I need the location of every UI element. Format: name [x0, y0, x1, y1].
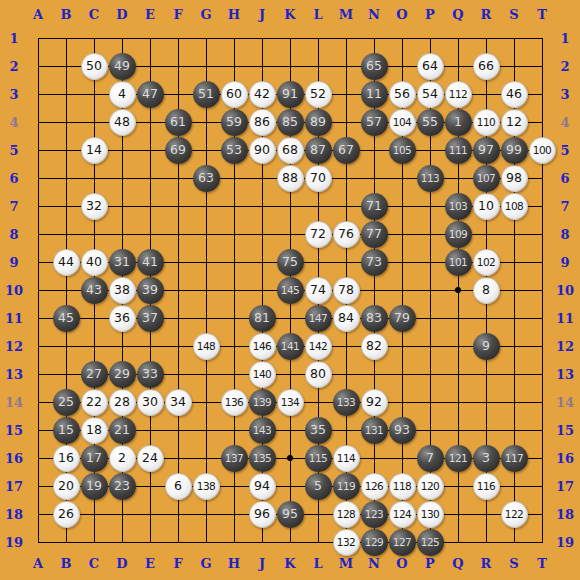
stone-white-j5[interactable]: 90: [249, 137, 276, 164]
stone-black-r5[interactable]: 97: [473, 137, 500, 164]
stone-black-n18[interactable]: 123: [361, 501, 388, 528]
stone-black-q8[interactable]: 109: [445, 221, 472, 248]
stone-black-k12[interactable]: 141: [277, 333, 304, 360]
stone-black-n4[interactable]: 57: [361, 109, 388, 136]
stone-black-d9[interactable]: 31: [109, 249, 136, 276]
stone-black-j11[interactable]: 81: [249, 305, 276, 332]
stone-black-h5[interactable]: 53: [221, 137, 248, 164]
stone-white-s3[interactable]: 46: [501, 81, 528, 108]
stone-white-e16[interactable]: 24: [137, 445, 164, 472]
stone-white-p3[interactable]: 54: [417, 81, 444, 108]
stone-white-s18[interactable]: 122: [501, 501, 528, 528]
stone-black-f4[interactable]: 61: [165, 109, 192, 136]
stone-black-k10[interactable]: 145: [277, 277, 304, 304]
stone-white-l10[interactable]: 74: [305, 277, 332, 304]
stone-white-f14[interactable]: 34: [165, 389, 192, 416]
stone-white-n14[interactable]: 92: [361, 389, 388, 416]
stone-black-l5[interactable]: 87: [305, 137, 332, 164]
stone-black-k18[interactable]: 95: [277, 501, 304, 528]
stone-black-b14[interactable]: 25: [53, 389, 80, 416]
stone-white-b17[interactable]: 20: [53, 473, 80, 500]
stone-white-d11[interactable]: 36: [109, 305, 136, 332]
stone-black-o15[interactable]: 93: [389, 417, 416, 444]
stone-black-n15[interactable]: 131: [361, 417, 388, 444]
stone-white-j18[interactable]: 96: [249, 501, 276, 528]
stone-white-d16[interactable]: 2: [109, 445, 136, 472]
stone-white-j12[interactable]: 146: [249, 333, 276, 360]
stone-white-d3[interactable]: 4: [109, 81, 136, 108]
stone-black-q7[interactable]: 103: [445, 193, 472, 220]
stone-black-n2[interactable]: 65: [361, 53, 388, 80]
stone-white-m8[interactable]: 76: [333, 221, 360, 248]
stone-white-k14[interactable]: 134: [277, 389, 304, 416]
stone-black-s16[interactable]: 117: [501, 445, 528, 472]
stone-white-c5[interactable]: 14: [81, 137, 108, 164]
stone-white-m11[interactable]: 84: [333, 305, 360, 332]
stone-black-b15[interactable]: 15: [53, 417, 80, 444]
stone-black-n7[interactable]: 71: [361, 193, 388, 220]
stone-black-g3[interactable]: 51: [193, 81, 220, 108]
stone-black-b11[interactable]: 45: [53, 305, 80, 332]
stone-black-n9[interactable]: 73: [361, 249, 388, 276]
stone-black-f5[interactable]: 69: [165, 137, 192, 164]
stone-white-m10[interactable]: 78: [333, 277, 360, 304]
stone-black-k3[interactable]: 91: [277, 81, 304, 108]
stone-black-n3[interactable]: 11: [361, 81, 388, 108]
stone-white-m19[interactable]: 132: [333, 529, 360, 556]
stone-white-g12[interactable]: 148: [193, 333, 220, 360]
stone-white-o4[interactable]: 104: [389, 109, 416, 136]
stone-white-c7[interactable]: 32: [81, 193, 108, 220]
stone-black-m5[interactable]: 67: [333, 137, 360, 164]
stone-white-b18[interactable]: 26: [53, 501, 80, 528]
stone-black-j14[interactable]: 139: [249, 389, 276, 416]
stone-black-r16[interactable]: 3: [473, 445, 500, 472]
stone-white-l13[interactable]: 80: [305, 361, 332, 388]
stone-black-r6[interactable]: 107: [473, 165, 500, 192]
stone-black-c16[interactable]: 17: [81, 445, 108, 472]
stone-white-j17[interactable]: 94: [249, 473, 276, 500]
stone-white-e14[interactable]: 30: [137, 389, 164, 416]
stone-white-h3[interactable]: 60: [221, 81, 248, 108]
stone-black-l16[interactable]: 115: [305, 445, 332, 472]
stone-white-l6[interactable]: 70: [305, 165, 332, 192]
stone-white-p2[interactable]: 64: [417, 53, 444, 80]
stone-white-g17[interactable]: 138: [193, 473, 220, 500]
stone-black-p19[interactable]: 125: [417, 529, 444, 556]
stone-white-m16[interactable]: 114: [333, 445, 360, 472]
stone-white-n17[interactable]: 126: [361, 473, 388, 500]
stone-black-p6[interactable]: 113: [417, 165, 444, 192]
stone-black-c13[interactable]: 27: [81, 361, 108, 388]
stone-black-e3[interactable]: 47: [137, 81, 164, 108]
stone-black-d13[interactable]: 29: [109, 361, 136, 388]
stone-white-c14[interactable]: 22: [81, 389, 108, 416]
stone-black-q9[interactable]: 101: [445, 249, 472, 276]
stone-black-c10[interactable]: 43: [81, 277, 108, 304]
stone-black-d17[interactable]: 23: [109, 473, 136, 500]
stone-black-l17[interactable]: 5: [305, 473, 332, 500]
stone-black-p4[interactable]: 55: [417, 109, 444, 136]
stone-black-q4[interactable]: 1: [445, 109, 472, 136]
stone-black-l15[interactable]: 35: [305, 417, 332, 444]
stone-black-q16[interactable]: 121: [445, 445, 472, 472]
stone-black-m17[interactable]: 119: [333, 473, 360, 500]
stone-white-c2[interactable]: 50: [81, 53, 108, 80]
stone-white-s4[interactable]: 12: [501, 109, 528, 136]
stones-layer: 1234567891011121415161718192021222324252…: [24, 24, 556, 556]
stone-black-o5[interactable]: 105: [389, 137, 416, 164]
stone-white-j4[interactable]: 86: [249, 109, 276, 136]
stone-white-r4[interactable]: 110: [473, 109, 500, 136]
stone-white-l12[interactable]: 142: [305, 333, 332, 360]
go-board: ABCDEFGHJKLMNOPQRST ABCDEFGHJKLMNOPQRST …: [0, 0, 580, 580]
stone-black-n19[interactable]: 129: [361, 529, 388, 556]
stone-white-s7[interactable]: 108: [501, 193, 528, 220]
stone-black-j15[interactable]: 143: [249, 417, 276, 444]
stone-white-o17[interactable]: 118: [389, 473, 416, 500]
stone-white-l8[interactable]: 72: [305, 221, 332, 248]
stone-white-h14[interactable]: 136: [221, 389, 248, 416]
stone-black-e10[interactable]: 39: [137, 277, 164, 304]
stone-black-d2[interactable]: 49: [109, 53, 136, 80]
stone-white-r2[interactable]: 66: [473, 53, 500, 80]
stone-white-j3[interactable]: 42: [249, 81, 276, 108]
stone-white-r17[interactable]: 116: [473, 473, 500, 500]
stone-black-o19[interactable]: 127: [389, 529, 416, 556]
stone-white-s6[interactable]: 98: [501, 165, 528, 192]
stone-black-j16[interactable]: 135: [249, 445, 276, 472]
stone-black-l11[interactable]: 147: [305, 305, 332, 332]
stone-black-n8[interactable]: 77: [361, 221, 388, 248]
stone-white-k5[interactable]: 68: [277, 137, 304, 164]
stone-black-l4[interactable]: 89: [305, 109, 332, 136]
stone-black-e13[interactable]: 33: [137, 361, 164, 388]
stone-white-n12[interactable]: 82: [361, 333, 388, 360]
stone-white-r7[interactable]: 10: [473, 193, 500, 220]
stone-black-h4[interactable]: 59: [221, 109, 248, 136]
stone-white-r10[interactable]: 8: [473, 277, 500, 304]
stone-black-c17[interactable]: 19: [81, 473, 108, 500]
stone-white-b9[interactable]: 44: [53, 249, 80, 276]
stone-white-m18[interactable]: 128: [333, 501, 360, 528]
stone-white-f17[interactable]: 6: [165, 473, 192, 500]
stone-white-d4[interactable]: 48: [109, 109, 136, 136]
stone-white-l3[interactable]: 52: [305, 81, 332, 108]
stone-white-k6[interactable]: 88: [277, 165, 304, 192]
stone-black-g6[interactable]: 63: [193, 165, 220, 192]
stone-white-o18[interactable]: 124: [389, 501, 416, 528]
stone-white-c15[interactable]: 18: [81, 417, 108, 444]
stone-black-p16[interactable]: 7: [417, 445, 444, 472]
stone-black-e9[interactable]: 41: [137, 249, 164, 276]
stone-white-j13[interactable]: 140: [249, 361, 276, 388]
stone-black-h16[interactable]: 137: [221, 445, 248, 472]
stone-black-o11[interactable]: 79: [389, 305, 416, 332]
stone-white-t5[interactable]: 100: [529, 137, 556, 164]
stone-white-r9[interactable]: 102: [473, 249, 500, 276]
stone-white-c9[interactable]: 40: [81, 249, 108, 276]
stone-black-k4[interactable]: 85: [277, 109, 304, 136]
stone-black-q5[interactable]: 111: [445, 137, 472, 164]
stone-black-k9[interactable]: 75: [277, 249, 304, 276]
stone-black-d15[interactable]: 21: [109, 417, 136, 444]
stone-black-s5[interactable]: 99: [501, 137, 528, 164]
stone-white-d14[interactable]: 28: [109, 389, 136, 416]
stone-black-e11[interactable]: 37: [137, 305, 164, 332]
stone-white-o3[interactable]: 56: [389, 81, 416, 108]
stone-white-p17[interactable]: 120: [417, 473, 444, 500]
stone-black-n11[interactable]: 83: [361, 305, 388, 332]
stone-black-m14[interactable]: 133: [333, 389, 360, 416]
stone-white-q3[interactable]: 112: [445, 81, 472, 108]
stone-white-d10[interactable]: 38: [109, 277, 136, 304]
stone-black-r12[interactable]: 9: [473, 333, 500, 360]
stone-white-p18[interactable]: 130: [417, 501, 444, 528]
stone-white-b16[interactable]: 16: [53, 445, 80, 472]
